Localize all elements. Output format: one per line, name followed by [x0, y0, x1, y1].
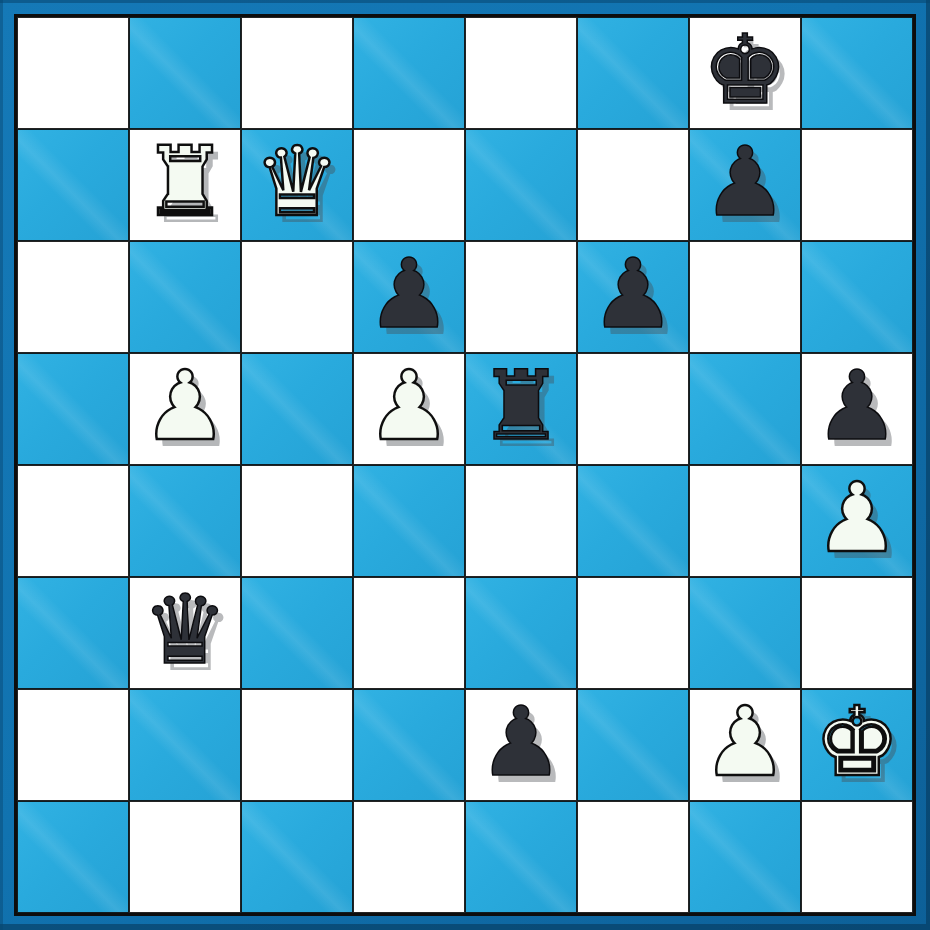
square-c6[interactable] — [241, 241, 353, 353]
square-d3[interactable] — [353, 577, 465, 689]
square-d7[interactable] — [353, 129, 465, 241]
square-a7[interactable] — [17, 129, 129, 241]
square-e7[interactable] — [465, 129, 577, 241]
square-b2[interactable] — [129, 689, 241, 801]
piece-white-pawn: ♟ — [366, 358, 452, 454]
square-b4[interactable] — [129, 465, 241, 577]
piece-black-pawn: ♟ — [702, 134, 788, 230]
square-b3[interactable]: ♛ — [129, 577, 241, 689]
square-d5[interactable]: ♟ — [353, 353, 465, 465]
piece-black-pawn: ♟ — [366, 246, 452, 342]
square-e6[interactable] — [465, 241, 577, 353]
square-g4[interactable] — [689, 465, 801, 577]
square-h7[interactable] — [801, 129, 913, 241]
piece-black-pawn: ♟ — [590, 246, 676, 342]
square-e4[interactable] — [465, 465, 577, 577]
square-c8[interactable] — [241, 17, 353, 129]
square-d8[interactable] — [353, 17, 465, 129]
square-f1[interactable] — [577, 801, 689, 913]
piece-black-rook: ♜ — [478, 358, 564, 454]
square-f5[interactable] — [577, 353, 689, 465]
square-h6[interactable] — [801, 241, 913, 353]
square-a2[interactable] — [17, 689, 129, 801]
square-e5[interactable]: ♜ — [465, 353, 577, 465]
square-h4[interactable]: ♟ — [801, 465, 913, 577]
piece-black-king: ♚ — [702, 22, 788, 118]
chess-board: ♚♜♛♟♟♟♟♟♜♟♟♛♟♟♚ — [14, 14, 916, 916]
square-c2[interactable] — [241, 689, 353, 801]
square-d1[interactable] — [353, 801, 465, 913]
square-f3[interactable] — [577, 577, 689, 689]
square-c3[interactable] — [241, 577, 353, 689]
square-e1[interactable] — [465, 801, 577, 913]
square-e2[interactable]: ♟ — [465, 689, 577, 801]
square-f2[interactable] — [577, 689, 689, 801]
square-b8[interactable] — [129, 17, 241, 129]
square-c1[interactable] — [241, 801, 353, 913]
piece-white-queen: ♛ — [254, 134, 340, 230]
square-h5[interactable]: ♟ — [801, 353, 913, 465]
square-e3[interactable] — [465, 577, 577, 689]
piece-white-king: ♚ — [814, 694, 900, 790]
piece-black-queen: ♛ — [142, 582, 228, 678]
board-frame: ♚♜♛♟♟♟♟♟♜♟♟♛♟♟♚ — [0, 0, 930, 930]
square-b7[interactable]: ♜ — [129, 129, 241, 241]
square-g5[interactable] — [689, 353, 801, 465]
square-a4[interactable] — [17, 465, 129, 577]
square-g3[interactable] — [689, 577, 801, 689]
square-e8[interactable] — [465, 17, 577, 129]
piece-white-pawn: ♟ — [814, 470, 900, 566]
square-a8[interactable] — [17, 17, 129, 129]
square-h8[interactable] — [801, 17, 913, 129]
square-g1[interactable] — [689, 801, 801, 913]
square-f8[interactable] — [577, 17, 689, 129]
square-c5[interactable] — [241, 353, 353, 465]
square-d6[interactable]: ♟ — [353, 241, 465, 353]
piece-white-rook: ♜ — [142, 134, 228, 230]
square-h2[interactable]: ♚ — [801, 689, 913, 801]
square-d4[interactable] — [353, 465, 465, 577]
square-c4[interactable] — [241, 465, 353, 577]
square-f4[interactable] — [577, 465, 689, 577]
square-g8[interactable]: ♚ — [689, 17, 801, 129]
square-c7[interactable]: ♛ — [241, 129, 353, 241]
piece-white-pawn: ♟ — [702, 694, 788, 790]
piece-black-pawn: ♟ — [814, 358, 900, 454]
square-g6[interactable] — [689, 241, 801, 353]
square-a5[interactable] — [17, 353, 129, 465]
square-f6[interactable]: ♟ — [577, 241, 689, 353]
square-h3[interactable] — [801, 577, 913, 689]
square-f7[interactable] — [577, 129, 689, 241]
square-d2[interactable] — [353, 689, 465, 801]
square-g2[interactable]: ♟ — [689, 689, 801, 801]
square-a1[interactable] — [17, 801, 129, 913]
square-h1[interactable] — [801, 801, 913, 913]
square-b6[interactable] — [129, 241, 241, 353]
square-a6[interactable] — [17, 241, 129, 353]
piece-white-pawn: ♟ — [142, 358, 228, 454]
square-b1[interactable] — [129, 801, 241, 913]
piece-black-pawn: ♟ — [478, 694, 564, 790]
square-g7[interactable]: ♟ — [689, 129, 801, 241]
square-a3[interactable] — [17, 577, 129, 689]
square-b5[interactable]: ♟ — [129, 353, 241, 465]
